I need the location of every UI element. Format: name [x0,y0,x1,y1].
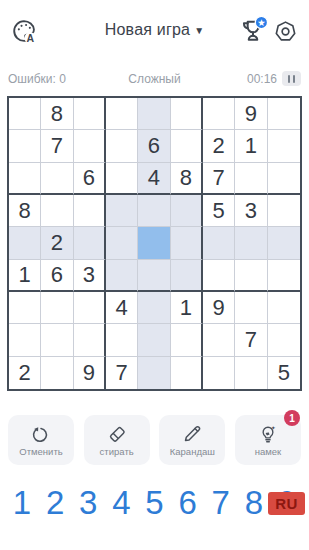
cell-r2c7[interactable]: 2 [203,130,235,162]
cell-r1c8[interactable]: 9 [235,98,267,130]
cell-r9c1[interactable]: 2 [9,357,41,389]
cell-r1c5[interactable] [138,98,170,130]
cell-r5c1[interactable] [9,227,41,259]
numpad-8[interactable]: 8 [241,484,267,522]
cell-r2c8[interactable]: 1 [235,130,267,162]
cell-r4c3[interactable] [74,195,106,227]
numpad-4[interactable]: 4 [108,484,134,522]
cell-r4c2[interactable] [41,195,73,227]
cell-r4c6[interactable] [171,195,203,227]
cell-r2c3[interactable] [74,130,106,162]
cell-r8c7[interactable] [203,324,235,356]
cell-r5c5[interactable] [138,227,170,259]
cell-r8c5[interactable] [138,324,170,356]
hint-label: намек [255,446,282,457]
sudoku-app: A Новая игра▼ ★ [0,0,309,550]
cell-r1c6[interactable] [171,98,203,130]
cell-r1c7[interactable] [203,98,235,130]
pencil-icon [181,423,203,445]
cell-r4c7[interactable]: 5 [203,195,235,227]
header: A Новая игра▼ ★ [0,14,309,50]
cell-r3c5[interactable]: 4 [138,163,170,195]
cell-r1c9[interactable] [268,98,300,130]
settings-button[interactable] [273,19,298,44]
cell-r8c2[interactable] [41,324,73,356]
page-title: Новая игра [105,21,190,38]
cell-r4c8[interactable]: 3 [235,195,267,227]
cell-r1c2[interactable]: 8 [41,98,73,130]
cell-r9c4[interactable]: 7 [106,357,138,389]
cell-r6c6[interactable] [171,260,203,292]
numpad-2[interactable]: 2 [42,484,68,522]
cell-r3c6[interactable]: 8 [171,163,203,195]
numpad-7[interactable]: 7 [208,484,234,522]
numpad-1[interactable]: 1 [9,484,35,522]
timer: 00:16 [247,72,277,86]
chevron-down-icon: ▼ [194,25,204,36]
cell-r8c1[interactable] [9,324,41,356]
cell-r6c2[interactable]: 6 [41,260,73,292]
cell-r5c9[interactable] [268,227,300,259]
cell-r4c4[interactable] [106,195,138,227]
svg-text:★: ★ [257,17,265,28]
cell-r8c4[interactable] [106,324,138,356]
cell-r6c4[interactable] [106,260,138,292]
eraser-icon [106,423,128,445]
hint-button[interactable]: 1 ✦ намек [235,415,301,465]
pencil-button[interactable]: Карандаш [159,415,225,465]
cell-r9c9[interactable]: 5 [268,357,300,389]
cell-r2c5[interactable]: 6 [138,130,170,162]
cell-r2c2[interactable]: 7 [41,130,73,162]
cell-r5c7[interactable] [203,227,235,259]
cell-r7c9[interactable] [268,292,300,324]
numpad-3[interactable]: 3 [75,484,101,522]
cell-r8c9[interactable] [268,324,300,356]
cell-r3c4[interactable] [106,163,138,195]
cell-r3c3[interactable]: 6 [74,163,106,195]
cell-r7c7[interactable]: 9 [203,292,235,324]
number-pad: 123456789 [9,484,300,524]
cell-r3c2[interactable] [41,163,73,195]
cell-r3c8[interactable] [235,163,267,195]
toolbar: Отменить стирать Карандаш [8,415,301,465]
cell-r9c7[interactable] [203,357,235,389]
cell-r7c2[interactable] [41,292,73,324]
cell-r1c1[interactable] [9,98,41,130]
cell-r3c9[interactable] [268,163,300,195]
cell-r9c6[interactable] [171,357,203,389]
cell-r1c3[interactable] [74,98,106,130]
trophy-button[interactable]: ★ [237,15,269,47]
pause-button[interactable] [282,71,301,86]
cell-r5c6[interactable] [171,227,203,259]
cell-r9c5[interactable] [138,357,170,389]
cell-r7c4[interactable]: 4 [106,292,138,324]
cell-r1c4[interactable] [106,98,138,130]
cell-r8c3[interactable] [74,324,106,356]
cell-r6c5[interactable] [138,260,170,292]
cell-r7c6[interactable]: 1 [171,292,203,324]
cell-r4c1[interactable]: 8 [9,195,41,227]
cell-r2c9[interactable] [268,130,300,162]
lightbulb-icon: ✦ [257,423,279,445]
cell-r7c5[interactable] [138,292,170,324]
cell-r6c1[interactable]: 1 [9,260,41,292]
cell-r7c8[interactable] [235,292,267,324]
hint-count-badge: 1 [284,410,300,426]
cell-r5c4[interactable] [106,227,138,259]
sudoku-grid: 8976216487853216341972975 [7,96,302,391]
gear-icon [273,32,298,47]
cell-r9c3[interactable]: 9 [74,357,106,389]
cell-r7c3[interactable] [74,292,106,324]
cell-r6c8[interactable] [235,260,267,292]
cell-r7c1[interactable] [9,292,41,324]
cell-r6c3[interactable]: 3 [74,260,106,292]
cell-r4c5[interactable] [138,195,170,227]
cell-r9c8[interactable] [235,357,267,389]
cell-r2c1[interactable] [9,130,41,162]
cell-r2c4[interactable] [106,130,138,162]
cell-r3c7[interactable]: 7 [203,163,235,195]
cell-r8c8[interactable]: 7 [235,324,267,356]
erase-button[interactable]: стирать [84,415,150,465]
cell-r5c8[interactable] [235,227,267,259]
erase-label: стирать [100,446,134,457]
numpad-5[interactable]: 5 [142,484,168,522]
cell-r6c9[interactable] [268,260,300,292]
undo-label: Отменить [19,446,62,457]
svg-text:✦: ✦ [271,424,276,431]
cell-r3c1[interactable] [9,163,41,195]
cell-r9c2[interactable] [41,357,73,389]
pencil-label: Карандаш [170,446,215,457]
cell-r6c7[interactable] [203,260,235,292]
cell-r5c3[interactable] [74,227,106,259]
undo-button[interactable]: Отменить [8,415,74,465]
undo-icon [30,423,52,445]
trophy-icon: ★ [237,35,269,50]
ru-watermark-badge: RU [268,492,305,515]
cell-r5c2[interactable]: 2 [41,227,73,259]
numpad-6[interactable]: 6 [175,484,201,522]
status-bar: Ошибки: 0 Сложный 00:16 [8,71,301,87]
cell-r8c6[interactable] [171,324,203,356]
cell-r2c6[interactable] [171,130,203,162]
cell-r4c9[interactable] [268,195,300,227]
